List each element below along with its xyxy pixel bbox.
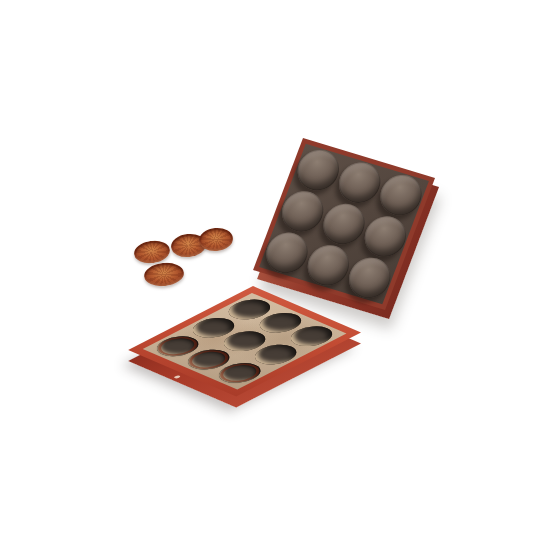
loose-disc-area [0, 0, 550, 550]
board-game-scene [0, 0, 550, 550]
loose-disc-red[interactable] [143, 261, 185, 288]
loose-disc-red[interactable] [198, 227, 234, 253]
loose-disc-red[interactable] [133, 239, 172, 266]
